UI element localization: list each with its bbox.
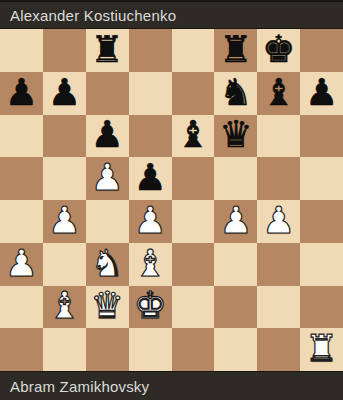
square-g3[interactable] [257,243,300,286]
black-pawn[interactable]: ♟ [48,74,81,111]
square-g2[interactable] [257,286,300,329]
black-pawn[interactable]: ♟ [133,159,166,196]
square-b3[interactable] [43,243,86,286]
square-e1[interactable] [172,328,215,371]
square-e7[interactable] [172,72,215,115]
black-bishop[interactable]: ♝ [176,116,209,153]
square-c2[interactable]: ♛ [86,286,129,329]
square-f8[interactable]: ♜ [214,29,257,72]
square-e8[interactable] [172,29,215,72]
chess-board: ♜♜♚♟♟♞♝♟♟♝♛♟♟♟♟♟♟♟♞♝♝♛♚♜ [0,29,343,371]
square-b5[interactable] [43,157,86,200]
square-a5[interactable] [0,157,43,200]
square-g8[interactable]: ♚ [257,29,300,72]
square-b2[interactable]: ♝ [43,286,86,329]
white-pawn[interactable]: ♟ [91,159,124,196]
square-d8[interactable] [129,29,172,72]
square-h3[interactable] [300,243,343,286]
square-g5[interactable] [257,157,300,200]
square-d7[interactable] [129,72,172,115]
square-a3[interactable]: ♟ [0,243,43,286]
square-f5[interactable] [214,157,257,200]
player-name-top: Alexander Kostiuchenko [10,7,176,24]
square-a1[interactable] [0,328,43,371]
square-f6[interactable]: ♛ [214,115,257,158]
square-h6[interactable] [300,115,343,158]
player-bar-bottom: Abram Zamikhovsky [0,371,343,400]
square-e4[interactable] [172,200,215,243]
player-name-bottom: Abram Zamikhovsky [10,378,149,395]
black-bishop[interactable]: ♝ [262,74,295,111]
square-h8[interactable] [300,29,343,72]
square-c4[interactable] [86,200,129,243]
black-rook[interactable]: ♜ [91,31,124,68]
square-f1[interactable] [214,328,257,371]
black-knight[interactable]: ♞ [219,74,252,111]
white-bishop[interactable]: ♝ [133,245,166,282]
square-b7[interactable]: ♟ [43,72,86,115]
black-rook[interactable]: ♜ [219,31,252,68]
square-c8[interactable]: ♜ [86,29,129,72]
square-h5[interactable] [300,157,343,200]
square-b1[interactable] [43,328,86,371]
square-h1[interactable]: ♜ [300,328,343,371]
square-h7[interactable]: ♟ [300,72,343,115]
square-c3[interactable]: ♞ [86,243,129,286]
square-a2[interactable] [0,286,43,329]
square-h2[interactable] [300,286,343,329]
square-a6[interactable] [0,115,43,158]
square-d2[interactable]: ♚ [129,286,172,329]
square-d3[interactable]: ♝ [129,243,172,286]
square-c1[interactable] [86,328,129,371]
square-g7[interactable]: ♝ [257,72,300,115]
square-b8[interactable] [43,29,86,72]
chess-game-view: Alexander Kostiuchenko ♜♜♚♟♟♞♝♟♟♝♛♟♟♟♟♟♟… [0,0,343,400]
square-g6[interactable] [257,115,300,158]
player-bar-top: Alexander Kostiuchenko [0,0,343,29]
square-d6[interactable] [129,115,172,158]
square-b4[interactable]: ♟ [43,200,86,243]
square-f7[interactable]: ♞ [214,72,257,115]
white-pawn[interactable]: ♟ [5,245,38,282]
white-knight[interactable]: ♞ [91,245,124,282]
square-e3[interactable] [172,243,215,286]
square-g1[interactable] [257,328,300,371]
square-a8[interactable] [0,29,43,72]
square-e6[interactable]: ♝ [172,115,215,158]
white-rook[interactable]: ♜ [305,330,338,367]
black-king[interactable]: ♚ [262,31,295,68]
white-pawn[interactable]: ♟ [262,202,295,239]
white-pawn[interactable]: ♟ [48,202,81,239]
square-e2[interactable] [172,286,215,329]
square-d1[interactable] [129,328,172,371]
square-a7[interactable]: ♟ [0,72,43,115]
white-queen[interactable]: ♛ [91,287,124,324]
square-d4[interactable]: ♟ [129,200,172,243]
square-f2[interactable] [214,286,257,329]
square-h4[interactable] [300,200,343,243]
white-pawn[interactable]: ♟ [133,202,166,239]
square-g4[interactable]: ♟ [257,200,300,243]
square-a4[interactable] [0,200,43,243]
square-c6[interactable]: ♟ [86,115,129,158]
black-queen[interactable]: ♛ [219,116,252,153]
black-pawn[interactable]: ♟ [5,74,38,111]
white-pawn[interactable]: ♟ [219,202,252,239]
black-pawn[interactable]: ♟ [305,74,338,111]
square-d5[interactable]: ♟ [129,157,172,200]
square-f3[interactable] [214,243,257,286]
white-king[interactable]: ♚ [133,287,166,324]
square-f4[interactable]: ♟ [214,200,257,243]
black-pawn[interactable]: ♟ [91,116,124,153]
square-b6[interactable] [43,115,86,158]
square-e5[interactable] [172,157,215,200]
white-bishop[interactable]: ♝ [48,287,81,324]
square-c7[interactable] [86,72,129,115]
square-c5[interactable]: ♟ [86,157,129,200]
